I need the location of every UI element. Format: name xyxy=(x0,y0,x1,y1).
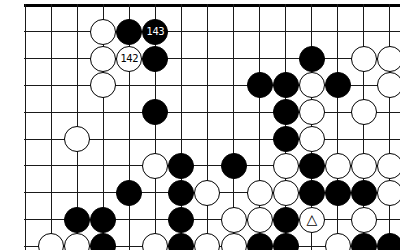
triangle-mark: △ xyxy=(306,212,317,226)
stone-white xyxy=(351,207,377,233)
grid-line-v xyxy=(51,4,52,250)
grid-line-v xyxy=(207,4,208,250)
stone-black xyxy=(168,233,194,250)
stone-black xyxy=(168,207,194,233)
stone-white xyxy=(299,99,325,125)
stone-white xyxy=(377,153,400,179)
stone-white xyxy=(194,233,220,250)
stone-black xyxy=(299,180,325,206)
stone-white xyxy=(377,46,400,72)
stone-black xyxy=(142,46,168,72)
stone-black xyxy=(90,233,116,250)
stone-white xyxy=(247,207,273,233)
stone-white-triangle: △ xyxy=(299,207,325,233)
stone-white xyxy=(90,72,116,98)
stone-black xyxy=(273,126,299,152)
stone-white xyxy=(299,72,325,98)
grid-line-v xyxy=(25,4,26,250)
stone-black xyxy=(273,99,299,125)
grid-line-h xyxy=(24,58,400,59)
stone-white xyxy=(38,233,64,250)
stone-white xyxy=(377,72,400,98)
stone-black xyxy=(351,233,377,250)
stone-black xyxy=(247,72,273,98)
stone-white xyxy=(351,99,377,125)
stone-black xyxy=(168,180,194,206)
stone-black xyxy=(273,72,299,98)
stone-white xyxy=(247,180,273,206)
stone-white xyxy=(142,153,168,179)
go-board: 143142△ xyxy=(0,0,400,250)
stone-black xyxy=(273,207,299,233)
stone-black xyxy=(325,180,351,206)
stone-black xyxy=(142,99,168,125)
stone-black xyxy=(116,19,142,45)
stone-black xyxy=(90,207,116,233)
stone-white xyxy=(351,46,377,72)
grid-line-v xyxy=(337,4,338,250)
grid-line-h xyxy=(24,112,400,113)
stone-black-143: 143 xyxy=(142,19,168,45)
grid-line-v xyxy=(389,4,390,250)
stone-white xyxy=(325,233,351,250)
stone-white xyxy=(90,19,116,45)
stone-white xyxy=(299,126,325,152)
grid-line-h xyxy=(24,31,400,32)
stone-black xyxy=(221,153,247,179)
go-diagram: 143142△ xyxy=(0,0,400,250)
stone-black xyxy=(351,180,377,206)
stone-black xyxy=(273,233,299,250)
stone-white xyxy=(194,180,220,206)
stone-white-142: 142 xyxy=(116,46,142,72)
stone-white xyxy=(351,153,377,179)
stone-black xyxy=(168,153,194,179)
stone-white xyxy=(325,153,351,179)
board-top-edge xyxy=(24,4,400,7)
stone-black xyxy=(116,180,142,206)
stone-black xyxy=(64,207,90,233)
stone-black xyxy=(247,233,273,250)
stone-white xyxy=(221,233,247,250)
stone-white xyxy=(142,233,168,250)
stone-white xyxy=(64,126,90,152)
stone-black xyxy=(377,233,400,250)
stone-black xyxy=(299,153,325,179)
stone-white xyxy=(64,233,90,250)
stone-white xyxy=(90,46,116,72)
stone-black xyxy=(325,72,351,98)
stone-black xyxy=(299,46,325,72)
stone-white xyxy=(273,180,299,206)
stone-white xyxy=(221,207,247,233)
stone-white xyxy=(377,180,400,206)
stone-white xyxy=(273,153,299,179)
